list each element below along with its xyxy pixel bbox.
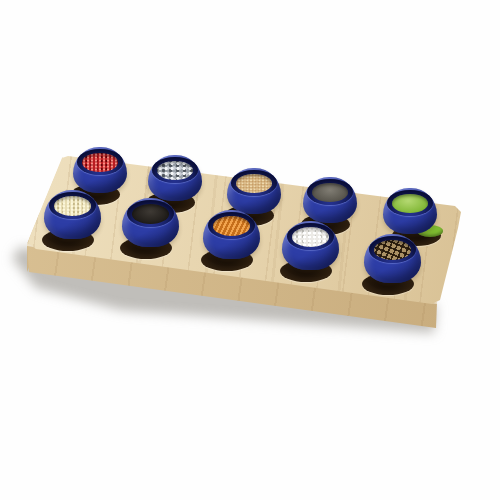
- texture-silver-granules: [157, 161, 193, 180]
- texture-gray-sandpaper: [312, 183, 348, 202]
- cup-gray-sandpaper[interactable]: [303, 177, 357, 223]
- texture-green-felt: [392, 194, 428, 213]
- cup-silver-granules[interactable]: [148, 155, 202, 201]
- cup-orange-corduroy[interactable]: [203, 210, 260, 259]
- cup-grid: [0, 0, 500, 500]
- cup-wicker-mesh[interactable]: [364, 234, 421, 283]
- cup-red-bumps[interactable]: [73, 147, 127, 193]
- cup-cream-wool[interactable]: [44, 190, 101, 239]
- scene: [0, 0, 500, 500]
- texture-red-bumps: [82, 153, 118, 172]
- cup-white-fluff[interactable]: [282, 221, 339, 270]
- cup-sand[interactable]: [227, 168, 281, 214]
- texture-sand: [236, 174, 272, 193]
- cup-green-felt[interactable]: [383, 188, 437, 234]
- cup-black-felt[interactable]: [122, 198, 179, 247]
